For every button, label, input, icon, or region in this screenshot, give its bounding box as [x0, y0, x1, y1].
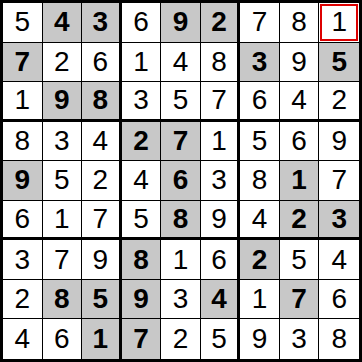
sudoku-cell-r1c7[interactable]: 7 — [240, 3, 280, 43]
sudoku-cell-r5c6[interactable]: 3 — [201, 161, 241, 201]
sudoku-cell-r5c3[interactable]: 2 — [82, 161, 122, 201]
sudoku-cell-r9c3[interactable]: 1 — [82, 319, 122, 359]
sudoku-cell-r1c2[interactable]: 4 — [43, 3, 83, 43]
sudoku-cell-r7c4[interactable]: 8 — [122, 240, 162, 280]
sudoku-cell-r7c9[interactable]: 4 — [319, 240, 359, 280]
sudoku-cell-r8c8[interactable]: 7 — [280, 280, 320, 320]
sudoku-cell-r8c3[interactable]: 5 — [82, 280, 122, 320]
sudoku-cell-r6c3[interactable]: 7 — [82, 201, 122, 241]
sudoku-cell-r2c7[interactable]: 3 — [240, 43, 280, 83]
sudoku-cell-r4c6[interactable]: 1 — [201, 122, 241, 162]
sudoku-cell-r3c3[interactable]: 8 — [82, 82, 122, 122]
sudoku-cell-r6c2[interactable]: 1 — [43, 201, 83, 241]
sudoku-cell-r1c8[interactable]: 8 — [280, 3, 320, 43]
sudoku-cell-r3c6[interactable]: 7 — [201, 82, 241, 122]
sudoku-cell-r6c9[interactable]: 3 — [319, 201, 359, 241]
sudoku-cell-r7c1[interactable]: 3 — [3, 240, 43, 280]
sudoku-cell-r7c3[interactable]: 9 — [82, 240, 122, 280]
sudoku-cell-r8c9[interactable]: 6 — [319, 280, 359, 320]
sudoku-cell-r6c8[interactable]: 2 — [280, 201, 320, 241]
sudoku-cell-r1c1[interactable]: 5 — [3, 3, 43, 43]
sudoku-cell-r4c8[interactable]: 6 — [280, 122, 320, 162]
sudoku-cell-r3c9[interactable]: 2 — [319, 82, 359, 122]
sudoku-cell-r7c2[interactable]: 7 — [43, 240, 83, 280]
sudoku-board: 5436927817261483951983576428342715699524… — [0, 0, 362, 362]
sudoku-cell-r1c6[interactable]: 2 — [201, 3, 241, 43]
sudoku-cell-r3c5[interactable]: 5 — [161, 82, 201, 122]
sudoku-cell-r1c4[interactable]: 6 — [122, 3, 162, 43]
sudoku-cell-r9c9[interactable]: 8 — [319, 319, 359, 359]
sudoku-cell-r6c6[interactable]: 9 — [201, 201, 241, 241]
sudoku-cell-r1c9[interactable]: 1 — [319, 3, 359, 43]
sudoku-cell-r5c2[interactable]: 5 — [43, 161, 83, 201]
sudoku-cell-r2c2[interactable]: 2 — [43, 43, 83, 83]
sudoku-cell-r7c7[interactable]: 2 — [240, 240, 280, 280]
sudoku-cell-r4c5[interactable]: 7 — [161, 122, 201, 162]
sudoku-cell-r2c4[interactable]: 1 — [122, 43, 162, 83]
sudoku-cell-r2c5[interactable]: 4 — [161, 43, 201, 83]
sudoku-cell-r4c7[interactable]: 5 — [240, 122, 280, 162]
sudoku-cell-r7c6[interactable]: 6 — [201, 240, 241, 280]
sudoku-cell-r6c7[interactable]: 4 — [240, 201, 280, 241]
sudoku-cell-r5c5[interactable]: 6 — [161, 161, 201, 201]
sudoku-cell-r2c9[interactable]: 5 — [319, 43, 359, 83]
sudoku-cell-r9c5[interactable]: 2 — [161, 319, 201, 359]
sudoku-cell-r9c7[interactable]: 9 — [240, 319, 280, 359]
sudoku-cell-r4c2[interactable]: 3 — [43, 122, 83, 162]
sudoku-cell-r5c4[interactable]: 4 — [122, 161, 162, 201]
sudoku-cell-r4c4[interactable]: 2 — [122, 122, 162, 162]
sudoku-cell-r2c3[interactable]: 6 — [82, 43, 122, 83]
sudoku-cell-r8c1[interactable]: 2 — [3, 280, 43, 320]
sudoku-cell-r3c8[interactable]: 4 — [280, 82, 320, 122]
sudoku-cell-r4c9[interactable]: 9 — [319, 122, 359, 162]
sudoku-cell-r6c4[interactable]: 5 — [122, 201, 162, 241]
sudoku-cell-r3c1[interactable]: 1 — [3, 82, 43, 122]
sudoku-cell-r8c4[interactable]: 9 — [122, 280, 162, 320]
sudoku-cell-r8c2[interactable]: 8 — [43, 280, 83, 320]
sudoku-cell-r9c6[interactable]: 5 — [201, 319, 241, 359]
sudoku-cell-r8c5[interactable]: 3 — [161, 280, 201, 320]
sudoku-cell-r6c5[interactable]: 8 — [161, 201, 201, 241]
sudoku-cell-r9c2[interactable]: 6 — [43, 319, 83, 359]
sudoku-cell-r5c7[interactable]: 8 — [240, 161, 280, 201]
sudoku-cell-r5c9[interactable]: 7 — [319, 161, 359, 201]
sudoku-cell-r2c6[interactable]: 8 — [201, 43, 241, 83]
sudoku-cell-r3c7[interactable]: 6 — [240, 82, 280, 122]
sudoku-cell-r7c5[interactable]: 1 — [161, 240, 201, 280]
sudoku-cell-r1c5[interactable]: 9 — [161, 3, 201, 43]
sudoku-cell-r3c4[interactable]: 3 — [122, 82, 162, 122]
sudoku-cell-r5c8[interactable]: 1 — [280, 161, 320, 201]
sudoku-cell-r7c8[interactable]: 5 — [280, 240, 320, 280]
sudoku-cell-r9c1[interactable]: 4 — [3, 319, 43, 359]
sudoku-cell-r4c3[interactable]: 4 — [82, 122, 122, 162]
sudoku-cell-r2c8[interactable]: 9 — [280, 43, 320, 83]
sudoku-cell-r8c7[interactable]: 1 — [240, 280, 280, 320]
sudoku-cell-r5c1[interactable]: 9 — [3, 161, 43, 201]
sudoku-cell-r1c3[interactable]: 3 — [82, 3, 122, 43]
sudoku-cell-r9c8[interactable]: 3 — [280, 319, 320, 359]
sudoku-cell-r8c6[interactable]: 4 — [201, 280, 241, 320]
sudoku-cell-r3c2[interactable]: 9 — [43, 82, 83, 122]
sudoku-cell-r9c4[interactable]: 7 — [122, 319, 162, 359]
sudoku-cell-r6c1[interactable]: 6 — [3, 201, 43, 241]
sudoku-cell-r2c1[interactable]: 7 — [3, 43, 43, 83]
sudoku-cell-r4c1[interactable]: 8 — [3, 122, 43, 162]
